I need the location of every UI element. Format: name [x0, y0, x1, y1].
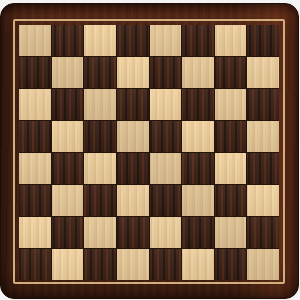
square-e3[interactable] — [150, 185, 182, 216]
square-a5[interactable] — [19, 121, 51, 152]
square-a8[interactable] — [19, 25, 51, 56]
square-b5[interactable] — [52, 121, 84, 152]
chess-board — [0, 3, 299, 299]
square-h7[interactable] — [247, 57, 279, 88]
square-b3[interactable] — [52, 185, 84, 216]
square-c1[interactable] — [84, 249, 116, 280]
square-d5[interactable] — [117, 121, 149, 152]
square-d1[interactable] — [117, 249, 149, 280]
square-g6[interactable] — [215, 89, 247, 120]
square-f6[interactable] — [182, 89, 214, 120]
square-f7[interactable] — [182, 57, 214, 88]
square-a7[interactable] — [19, 57, 51, 88]
square-c7[interactable] — [84, 57, 116, 88]
square-g8[interactable] — [215, 25, 247, 56]
square-a2[interactable] — [19, 217, 51, 248]
square-e4[interactable] — [150, 153, 182, 184]
square-g3[interactable] — [215, 185, 247, 216]
square-h6[interactable] — [247, 89, 279, 120]
square-g4[interactable] — [215, 153, 247, 184]
square-b7[interactable] — [52, 57, 84, 88]
square-h2[interactable] — [247, 217, 279, 248]
square-d2[interactable] — [117, 217, 149, 248]
square-e6[interactable] — [150, 89, 182, 120]
square-a3[interactable] — [19, 185, 51, 216]
square-f5[interactable] — [182, 121, 214, 152]
square-e1[interactable] — [150, 249, 182, 280]
square-f1[interactable] — [182, 249, 214, 280]
square-a6[interactable] — [19, 89, 51, 120]
square-c4[interactable] — [84, 153, 116, 184]
square-d6[interactable] — [117, 89, 149, 120]
board-grid — [19, 25, 279, 280]
square-e2[interactable] — [150, 217, 182, 248]
square-h3[interactable] — [247, 185, 279, 216]
square-c6[interactable] — [84, 89, 116, 120]
square-h8[interactable] — [247, 25, 279, 56]
square-a4[interactable] — [19, 153, 51, 184]
screenshot — [0, 0, 300, 300]
square-e5[interactable] — [150, 121, 182, 152]
square-c5[interactable] — [84, 121, 116, 152]
square-f4[interactable] — [182, 153, 214, 184]
square-b2[interactable] — [52, 217, 84, 248]
square-c2[interactable] — [84, 217, 116, 248]
square-g7[interactable] — [215, 57, 247, 88]
square-b8[interactable] — [52, 25, 84, 56]
square-h1[interactable] — [247, 249, 279, 280]
square-d4[interactable] — [117, 153, 149, 184]
square-g1[interactable] — [215, 249, 247, 280]
square-d7[interactable] — [117, 57, 149, 88]
square-b4[interactable] — [52, 153, 84, 184]
square-a1[interactable] — [19, 249, 51, 280]
square-f8[interactable] — [182, 25, 214, 56]
square-e8[interactable] — [150, 25, 182, 56]
square-g2[interactable] — [215, 217, 247, 248]
square-f2[interactable] — [182, 217, 214, 248]
square-g5[interactable] — [215, 121, 247, 152]
square-d3[interactable] — [117, 185, 149, 216]
square-b6[interactable] — [52, 89, 84, 120]
square-h5[interactable] — [247, 121, 279, 152]
square-h4[interactable] — [247, 153, 279, 184]
square-e7[interactable] — [150, 57, 182, 88]
square-c3[interactable] — [84, 185, 116, 216]
square-f3[interactable] — [182, 185, 214, 216]
square-c8[interactable] — [84, 25, 116, 56]
square-d8[interactable] — [117, 25, 149, 56]
square-b1[interactable] — [52, 249, 84, 280]
